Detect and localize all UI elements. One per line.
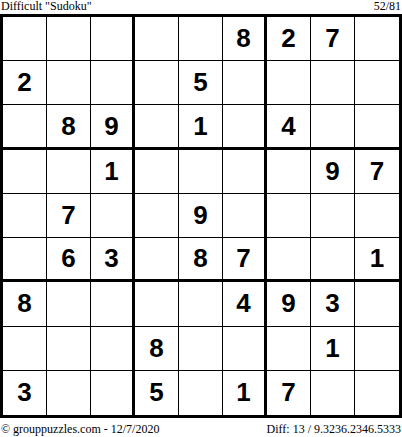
- cell-r5c3[interactable]: [91, 194, 135, 238]
- cell-r8c6[interactable]: [223, 327, 267, 371]
- given-r2c1: 2: [3, 61, 47, 105]
- cell-r1c3[interactable]: [91, 17, 135, 61]
- cell-r2c6[interactable]: [223, 61, 267, 105]
- cell-r6c7[interactable]: [267, 238, 311, 282]
- given-r8c8: 1: [311, 327, 355, 371]
- given-r1c6: 8: [223, 17, 267, 61]
- given-r6c6: 7: [223, 238, 267, 282]
- given-r7c1: 8: [3, 282, 47, 326]
- cell-r4c2[interactable]: [47, 150, 91, 194]
- given-r3c2: 8: [47, 105, 91, 149]
- cell-r1c2[interactable]: [47, 17, 91, 61]
- cell-r2c3[interactable]: [91, 61, 135, 105]
- given-r5c2: 7: [47, 194, 91, 238]
- given-r9c4: 5: [135, 371, 179, 415]
- cell-r4c5[interactable]: [179, 150, 223, 194]
- cell-r2c8[interactable]: [311, 61, 355, 105]
- cell-r4c4[interactable]: [135, 150, 179, 194]
- cell-r8c3[interactable]: [91, 327, 135, 371]
- cell-r9c2[interactable]: [47, 371, 91, 415]
- given-r1c8: 7: [311, 17, 355, 61]
- given-r9c6: 1: [223, 371, 267, 415]
- given-r2c5: 5: [179, 61, 223, 105]
- cell-r1c1[interactable]: [3, 17, 47, 61]
- cell-r4c7[interactable]: [267, 150, 311, 194]
- cell-r8c9[interactable]: [355, 327, 399, 371]
- sudoku-board: 82725891419779638718493813517: [0, 14, 402, 418]
- header: Difficult "Sudoku" 52/81: [0, 0, 402, 14]
- cell-r9c5[interactable]: [179, 371, 223, 415]
- cell-r1c4[interactable]: [135, 17, 179, 61]
- cell-r5c4[interactable]: [135, 194, 179, 238]
- cell-r1c9[interactable]: [355, 17, 399, 61]
- given-r6c2: 6: [47, 238, 91, 282]
- given-r4c8: 9: [311, 150, 355, 194]
- cell-r1c5[interactable]: [179, 17, 223, 61]
- given-r9c1: 3: [3, 371, 47, 415]
- cell-r7c2[interactable]: [47, 282, 91, 326]
- cell-r3c1[interactable]: [3, 105, 47, 149]
- cell-r8c1[interactable]: [3, 327, 47, 371]
- cell-r5c7[interactable]: [267, 194, 311, 238]
- given-r3c7: 4: [267, 105, 311, 149]
- given-r5c5: 9: [179, 194, 223, 238]
- given-r4c9: 7: [355, 150, 399, 194]
- cell-r4c1[interactable]: [3, 150, 47, 194]
- cell-r5c6[interactable]: [223, 194, 267, 238]
- cell-r6c4[interactable]: [135, 238, 179, 282]
- cell-r5c9[interactable]: [355, 194, 399, 238]
- cell-r7c9[interactable]: [355, 282, 399, 326]
- cell-r6c1[interactable]: [3, 238, 47, 282]
- puzzle-title: Difficult "Sudoku": [1, 0, 92, 13]
- difficulty-text: Diff: 13 / 9.3236.2346.5333: [267, 422, 401, 436]
- cell-r3c9[interactable]: [355, 105, 399, 149]
- given-r7c7: 9: [267, 282, 311, 326]
- cell-r9c3[interactable]: [91, 371, 135, 415]
- given-r3c5: 1: [179, 105, 223, 149]
- cell-r8c5[interactable]: [179, 327, 223, 371]
- cell-r2c7[interactable]: [267, 61, 311, 105]
- cell-r8c2[interactable]: [47, 327, 91, 371]
- given-r3c3: 9: [91, 105, 135, 149]
- cell-r7c3[interactable]: [91, 282, 135, 326]
- cell-r5c1[interactable]: [3, 194, 47, 238]
- given-r7c6: 4: [223, 282, 267, 326]
- cell-r2c9[interactable]: [355, 61, 399, 105]
- cell-r2c4[interactable]: [135, 61, 179, 105]
- given-r6c9: 1: [355, 238, 399, 282]
- given-r6c3: 3: [91, 238, 135, 282]
- cell-r7c5[interactable]: [179, 282, 223, 326]
- copyright-text: © grouppuzzles.com - 12/7/2020: [1, 422, 159, 436]
- cell-r9c8[interactable]: [311, 371, 355, 415]
- cell-r9c9[interactable]: [355, 371, 399, 415]
- given-r8c4: 8: [135, 327, 179, 371]
- given-r1c7: 2: [267, 17, 311, 61]
- empty-cell-counter: 52/81: [374, 0, 401, 13]
- cell-r5c8[interactable]: [311, 194, 355, 238]
- given-r6c5: 8: [179, 238, 223, 282]
- cell-r3c4[interactable]: [135, 105, 179, 149]
- cell-r2c2[interactable]: [47, 61, 91, 105]
- cell-r3c8[interactable]: [311, 105, 355, 149]
- given-r9c7: 7: [267, 371, 311, 415]
- cell-r7c4[interactable]: [135, 282, 179, 326]
- cell-r4c6[interactable]: [223, 150, 267, 194]
- given-r7c8: 3: [311, 282, 355, 326]
- given-r4c3: 1: [91, 150, 135, 194]
- footer: © grouppuzzles.com - 12/7/2020 Diff: 13 …: [0, 422, 402, 436]
- cell-r8c7[interactable]: [267, 327, 311, 371]
- cell-r6c8[interactable]: [311, 238, 355, 282]
- cell-r3c6[interactable]: [223, 105, 267, 149]
